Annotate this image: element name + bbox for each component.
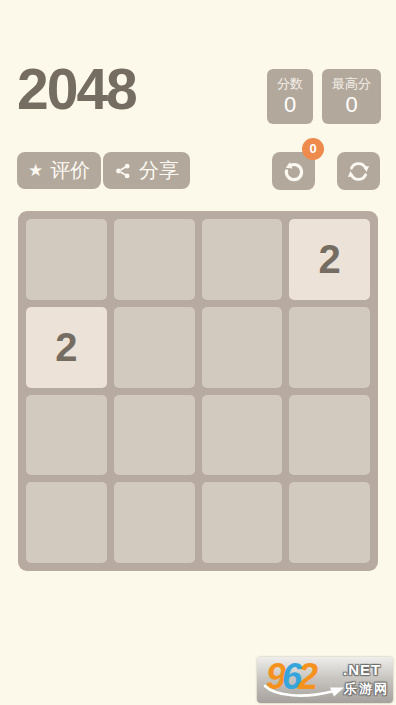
- restart-button[interactable]: [337, 152, 380, 190]
- app-screen: 2048 分数 0 最高分 0 ★ 评价: [0, 0, 396, 705]
- empty-cell-r3c2: [114, 395, 195, 476]
- tile-2-r1c4: 2: [289, 219, 370, 300]
- empty-cell-r4c1: [26, 482, 107, 563]
- empty-cell-r2c3: [202, 307, 283, 388]
- empty-cell-r2c2: [114, 307, 195, 388]
- best-score-label: 最高分: [332, 75, 371, 92]
- tile-2-r2c1: 2: [26, 307, 107, 388]
- best-score-value: 0: [345, 92, 357, 118]
- watermark-logo: 962 .NET 乐游网: [257, 657, 393, 703]
- watermark-tld: .NET: [343, 661, 381, 678]
- rate-button-label: 评价: [50, 157, 90, 184]
- empty-cell-r4c4: [289, 482, 370, 563]
- best-score-box: 最高分 0: [322, 69, 381, 124]
- score-box: 分数 0: [267, 69, 313, 124]
- empty-cell-r1c3: [202, 219, 283, 300]
- page-title: 2048: [17, 62, 136, 116]
- share-icon: [114, 162, 132, 180]
- empty-cell-r1c1: [26, 219, 107, 300]
- empty-cell-r2c4: [289, 307, 370, 388]
- refresh-icon: [346, 159, 371, 184]
- empty-cell-r3c1: [26, 395, 107, 476]
- star-icon: ★: [28, 162, 43, 179]
- empty-cell-r3c4: [289, 395, 370, 476]
- undo-icon: [281, 158, 307, 184]
- rate-button[interactable]: ★ 评价: [17, 152, 101, 189]
- empty-cell-r4c2: [114, 482, 195, 563]
- share-button[interactable]: 分享: [103, 152, 190, 189]
- empty-cell-r1c2: [114, 219, 195, 300]
- game-board[interactable]: 22: [18, 211, 378, 571]
- empty-cell-r3c3: [202, 395, 283, 476]
- score-panel: 分数 0 最高分 0: [267, 69, 381, 124]
- score-label: 分数: [277, 75, 303, 92]
- undo-button[interactable]: 0: [272, 152, 315, 190]
- score-value: 0: [284, 92, 296, 118]
- swoosh-arrow-icon: [262, 683, 347, 700]
- undo-count-badge: 0: [302, 138, 324, 160]
- watermark-site-name: 乐游网: [344, 680, 389, 698]
- share-button-label: 分享: [139, 157, 179, 184]
- empty-cell-r4c3: [202, 482, 283, 563]
